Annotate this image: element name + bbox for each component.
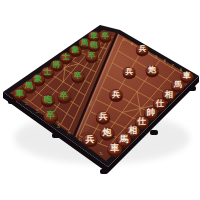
svg-text:兵: 兵 bbox=[84, 134, 94, 144]
svg-text:車: 車 bbox=[109, 143, 119, 153]
svg-text:砲: 砲 bbox=[43, 94, 53, 104]
svg-text:二: 二 bbox=[25, 102, 29, 106]
svg-text:九: 九 bbox=[99, 151, 103, 156]
product-photo-xiangqi-set: 一二三四五六七八九123456789楚河漢界車卒馬砲兵象卒士將炮士兵卒車象馬馬車… bbox=[0, 0, 200, 200]
svg-text:卒: 卒 bbox=[73, 71, 82, 80]
svg-text:兵: 兵 bbox=[138, 44, 146, 53]
svg-text:兵: 兵 bbox=[111, 89, 120, 99]
svg-text:象: 象 bbox=[33, 74, 42, 83]
svg-text:帥: 帥 bbox=[147, 107, 155, 117]
svg-text:仕: 仕 bbox=[137, 116, 147, 126]
svg-text:車: 車 bbox=[15, 88, 24, 98]
svg-text:仕: 仕 bbox=[155, 98, 165, 108]
svg-text:六: 六 bbox=[67, 131, 71, 135]
frame-foot bbox=[188, 86, 196, 91]
svg-text:卒: 卒 bbox=[59, 90, 68, 100]
svg-text:馬: 馬 bbox=[173, 79, 182, 89]
svg-text:卒: 卒 bbox=[101, 31, 110, 40]
svg-text:七: 七 bbox=[78, 137, 82, 142]
xiangqi-board-photo: 一二三四五六七八九123456789楚河漢界車卒馬砲兵象卒士將炮士兵卒車象馬馬車… bbox=[0, 0, 200, 200]
svg-text:砲: 砲 bbox=[89, 40, 98, 49]
svg-text:馬: 馬 bbox=[80, 38, 89, 47]
svg-text:士: 士 bbox=[43, 67, 52, 76]
svg-text:三: 三 bbox=[35, 109, 39, 113]
frame-foot bbox=[52, 133, 60, 138]
svg-text:士: 士 bbox=[61, 52, 70, 61]
svg-text:馬: 馬 bbox=[24, 80, 33, 90]
svg-text:相: 相 bbox=[127, 125, 137, 135]
svg-text:馬: 馬 bbox=[118, 134, 128, 144]
svg-text:兵: 兵 bbox=[98, 111, 108, 121]
svg-text:相: 相 bbox=[164, 89, 173, 99]
svg-text:將: 將 bbox=[52, 60, 61, 69]
frame-foot bbox=[150, 130, 158, 135]
svg-text:炮: 炮 bbox=[102, 127, 112, 137]
svg-text:卒: 卒 bbox=[87, 51, 96, 60]
svg-text:炮: 炮 bbox=[147, 65, 156, 74]
frame-foot bbox=[8, 99, 16, 104]
svg-text:象: 象 bbox=[71, 45, 80, 54]
frame-foot bbox=[100, 169, 108, 174]
svg-text:車: 車 bbox=[182, 71, 191, 80]
svg-text:五: 五 bbox=[57, 123, 61, 128]
svg-text:卒: 卒 bbox=[46, 110, 55, 120]
svg-text:兵: 兵 bbox=[125, 67, 133, 76]
svg-text:車: 車 bbox=[89, 31, 98, 40]
